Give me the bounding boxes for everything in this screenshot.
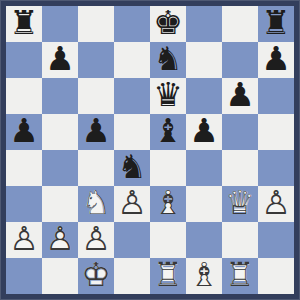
black-pawn-icon: ♟ — [45, 42, 75, 75]
square-b1[interactable] — [42, 258, 78, 294]
white-bishop-piece[interactable]: ♝♗ — [150, 186, 186, 222]
white-pawn-piece[interactable]: ♟♙ — [78, 222, 114, 258]
square-d2[interactable] — [114, 222, 150, 258]
square-c2[interactable]: ♟♙ — [78, 222, 114, 258]
square-c1[interactable]: ♚♔ — [78, 258, 114, 294]
square-f6[interactable] — [186, 78, 222, 114]
square-h4[interactable] — [258, 150, 294, 186]
black-pawn-piece[interactable]: ♟ — [222, 78, 258, 114]
white-pawn-piece[interactable]: ♟♙ — [114, 186, 150, 222]
square-g1[interactable]: ♜♖ — [222, 258, 258, 294]
square-d7[interactable] — [114, 42, 150, 78]
square-g3[interactable]: ♛♕ — [222, 186, 258, 222]
square-e3[interactable]: ♝♗ — [150, 186, 186, 222]
square-h5[interactable] — [258, 114, 294, 150]
square-a5[interactable]: ♟ — [6, 114, 42, 150]
black-rook-piece[interactable]: ♜ — [258, 6, 294, 42]
black-pawn-piece[interactable]: ♟ — [42, 42, 78, 78]
square-c5[interactable]: ♟ — [78, 114, 114, 150]
square-h6[interactable] — [258, 78, 294, 114]
black-knight-piece[interactable]: ♞ — [150, 42, 186, 78]
white-bishop-icon: ♝ — [153, 186, 183, 219]
square-d8[interactable] — [114, 6, 150, 42]
white-pawn-outline-icon: ♙ — [45, 222, 75, 255]
white-bishop-piece[interactable]: ♝♗ — [186, 258, 222, 294]
black-pawn-icon: ♟ — [189, 114, 219, 147]
black-knight-piece[interactable]: ♞ — [114, 150, 150, 186]
square-b7[interactable]: ♟ — [42, 42, 78, 78]
square-a8[interactable]: ♜ — [6, 6, 42, 42]
square-a3[interactable] — [6, 186, 42, 222]
white-pawn-piece[interactable]: ♟♙ — [6, 222, 42, 258]
white-king-piece[interactable]: ♚♔ — [78, 258, 114, 294]
square-a7[interactable] — [6, 42, 42, 78]
white-knight-icon: ♞ — [81, 186, 111, 219]
square-g5[interactable] — [222, 114, 258, 150]
white-king-outline-icon: ♔ — [81, 258, 111, 291]
white-rook-outline-icon: ♖ — [225, 258, 255, 291]
black-pawn-piece[interactable]: ♟ — [6, 114, 42, 150]
white-pawn-outline-icon: ♙ — [9, 222, 39, 255]
square-a6[interactable] — [6, 78, 42, 114]
square-c6[interactable] — [78, 78, 114, 114]
square-g7[interactable] — [222, 42, 258, 78]
white-pawn-outline-icon: ♙ — [117, 186, 147, 219]
black-pawn-icon: ♟ — [225, 78, 255, 111]
square-b4[interactable] — [42, 150, 78, 186]
white-rook-outline-icon: ♖ — [153, 258, 183, 291]
white-queen-piece[interactable]: ♛♕ — [222, 186, 258, 222]
black-rook-piece[interactable]: ♜ — [6, 6, 42, 42]
square-g8[interactable] — [222, 6, 258, 42]
white-queen-outline-icon: ♕ — [225, 186, 255, 219]
square-d6[interactable] — [114, 78, 150, 114]
square-f5[interactable]: ♟ — [186, 114, 222, 150]
square-e2[interactable] — [150, 222, 186, 258]
square-c8[interactable] — [78, 6, 114, 42]
square-e6[interactable]: ♛ — [150, 78, 186, 114]
black-rook-icon: ♜ — [9, 6, 39, 39]
square-a4[interactable] — [6, 150, 42, 186]
square-g4[interactable] — [222, 150, 258, 186]
white-pawn-icon: ♟ — [117, 186, 147, 219]
white-pawn-icon: ♟ — [45, 222, 75, 255]
square-a2[interactable]: ♟♙ — [6, 222, 42, 258]
black-knight-icon: ♞ — [153, 42, 183, 75]
white-pawn-outline-icon: ♙ — [261, 186, 291, 219]
square-c4[interactable] — [78, 150, 114, 186]
black-knight-icon: ♞ — [117, 150, 147, 183]
square-g2[interactable] — [222, 222, 258, 258]
white-pawn-outline-icon: ♙ — [81, 222, 111, 255]
square-d3[interactable]: ♟♙ — [114, 186, 150, 222]
square-b6[interactable] — [42, 78, 78, 114]
black-bishop-icon: ♝ — [153, 114, 183, 147]
black-rook-icon: ♜ — [261, 6, 291, 39]
chess-board: ♜♚♜♟♞♟♛♟♟♟♝♟♞♞♘♟♙♝♗♛♕♟♙♟♙♟♙♟♙♚♔♜♖♝♗♜♖ — [6, 6, 294, 294]
white-pawn-icon: ♟ — [261, 186, 291, 219]
white-bishop-icon: ♝ — [189, 258, 219, 291]
black-pawn-icon: ♟ — [261, 42, 291, 75]
square-h8[interactable]: ♜ — [258, 6, 294, 42]
square-f4[interactable] — [186, 150, 222, 186]
white-bishop-outline-icon: ♗ — [189, 258, 219, 291]
white-knight-outline-icon: ♘ — [81, 186, 111, 219]
black-king-icon: ♚ — [153, 6, 183, 39]
board-frame: ♜♚♜♟♞♟♛♟♟♟♝♟♞♞♘♟♙♝♗♛♕♟♙♟♙♟♙♟♙♚♔♜♖♝♗♜♖ — [0, 0, 300, 300]
square-d1[interactable] — [114, 258, 150, 294]
black-king-piece[interactable]: ♚ — [150, 6, 186, 42]
square-h2[interactable] — [258, 222, 294, 258]
square-d4[interactable]: ♞ — [114, 150, 150, 186]
square-f2[interactable] — [186, 222, 222, 258]
square-b3[interactable] — [42, 186, 78, 222]
square-h3[interactable]: ♟♙ — [258, 186, 294, 222]
white-pawn-icon: ♟ — [9, 222, 39, 255]
square-h1[interactable] — [258, 258, 294, 294]
square-e4[interactable] — [150, 150, 186, 186]
square-d5[interactable] — [114, 114, 150, 150]
black-queen-piece[interactable]: ♛ — [150, 78, 186, 114]
white-rook-icon: ♜ — [153, 258, 183, 291]
white-king-icon: ♚ — [81, 258, 111, 291]
square-b8[interactable] — [42, 6, 78, 42]
white-pawn-piece[interactable]: ♟♙ — [42, 222, 78, 258]
white-pawn-icon: ♟ — [81, 222, 111, 255]
square-e1[interactable]: ♜♖ — [150, 258, 186, 294]
white-rook-piece[interactable]: ♜♖ — [222, 258, 258, 294]
white-rook-icon: ♜ — [225, 258, 255, 291]
square-a1[interactable] — [6, 258, 42, 294]
black-pawn-piece[interactable]: ♟ — [258, 42, 294, 78]
square-e5[interactable]: ♝ — [150, 114, 186, 150]
black-bishop-piece[interactable]: ♝ — [150, 114, 186, 150]
black-pawn-piece[interactable]: ♟ — [78, 114, 114, 150]
square-e7[interactable]: ♞ — [150, 42, 186, 78]
black-queen-icon: ♛ — [153, 78, 183, 111]
square-f8[interactable] — [186, 6, 222, 42]
black-pawn-piece[interactable]: ♟ — [186, 114, 222, 150]
white-queen-icon: ♛ — [225, 186, 255, 219]
square-b5[interactable] — [42, 114, 78, 150]
square-h7[interactable]: ♟ — [258, 42, 294, 78]
white-knight-piece[interactable]: ♞♘ — [78, 186, 114, 222]
white-pawn-piece[interactable]: ♟♙ — [258, 186, 294, 222]
black-pawn-icon: ♟ — [81, 114, 111, 147]
square-f1[interactable]: ♝♗ — [186, 258, 222, 294]
black-pawn-icon: ♟ — [9, 114, 39, 147]
square-b2[interactable]: ♟♙ — [42, 222, 78, 258]
square-c3[interactable]: ♞♘ — [78, 186, 114, 222]
white-bishop-outline-icon: ♗ — [153, 186, 183, 219]
square-e8[interactable]: ♚ — [150, 6, 186, 42]
square-c7[interactable] — [78, 42, 114, 78]
square-f3[interactable] — [186, 186, 222, 222]
white-rook-piece[interactable]: ♜♖ — [150, 258, 186, 294]
square-f7[interactable] — [186, 42, 222, 78]
square-g6[interactable]: ♟ — [222, 78, 258, 114]
